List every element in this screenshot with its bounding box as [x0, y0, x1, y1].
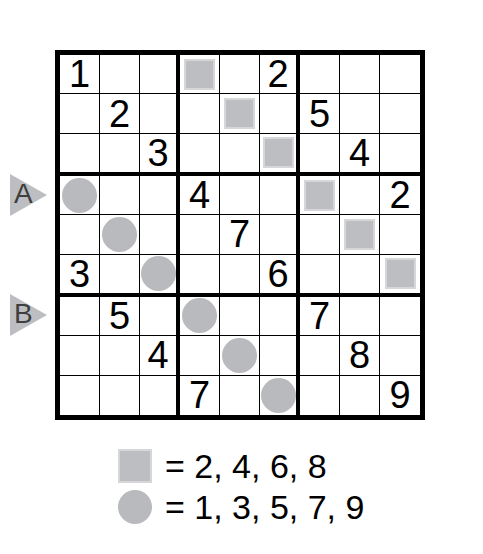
given-digit: 5: [309, 95, 330, 133]
cell-r8c1[interactable]: [60, 336, 100, 375]
cell-r7c6[interactable]: [260, 297, 300, 336]
even-marker-square-icon: [224, 98, 255, 129]
legend-odd-text: = 1, 3, 5, 7, 9: [165, 490, 364, 524]
cell-r1c7[interactable]: [300, 55, 340, 94]
given-digit: 7: [309, 297, 330, 335]
cell-r5c7[interactable]: [300, 215, 340, 254]
cell-r3c9[interactable]: [380, 134, 420, 176]
cell-r9c5[interactable]: [220, 376, 260, 415]
cell-r9c7[interactable]: [300, 376, 340, 415]
cell-r2c4[interactable]: [180, 94, 220, 133]
cell-r7c3[interactable]: [140, 297, 180, 336]
cell-r8c4[interactable]: [180, 336, 220, 375]
cell-r3c3[interactable]: 3: [140, 134, 180, 176]
cell-r5c2[interactable]: [100, 215, 140, 254]
cell-r2c7[interactable]: 5: [300, 94, 340, 133]
cell-r1c9[interactable]: [380, 55, 420, 94]
cell-r7c1[interactable]: [60, 297, 100, 336]
cell-r4c8[interactable]: [340, 176, 380, 215]
cell-r7c4[interactable]: [180, 297, 220, 336]
given-digit: 7: [189, 376, 210, 414]
cell-r6c5[interactable]: [220, 255, 260, 297]
cell-r5c6[interactable]: [260, 215, 300, 254]
cell-r2c9[interactable]: [380, 94, 420, 133]
cell-r2c1[interactable]: [60, 94, 100, 133]
even-marker-square-icon: [304, 180, 335, 211]
cell-r1c4[interactable]: [180, 55, 220, 94]
cell-r4c9[interactable]: 2: [380, 176, 420, 215]
cell-r4c7[interactable]: [300, 176, 340, 215]
cell-r5c8[interactable]: [340, 215, 380, 254]
cell-r8c6[interactable]: [260, 336, 300, 375]
cell-r2c8[interactable]: [340, 94, 380, 133]
cell-r2c3[interactable]: [140, 94, 180, 133]
cell-r4c5[interactable]: [220, 176, 260, 215]
given-digit: 3: [147, 134, 168, 172]
cell-r4c2[interactable]: [100, 176, 140, 215]
even-marker-square-icon: [344, 219, 375, 250]
cell-r6c8[interactable]: [340, 255, 380, 297]
given-digit: 7: [229, 215, 250, 253]
given-digit: 1: [69, 55, 90, 93]
cell-r2c5[interactable]: [220, 94, 260, 133]
even-marker-square-icon: [385, 258, 416, 289]
cell-r8c9[interactable]: [380, 336, 420, 375]
cell-r3c8[interactable]: 4: [340, 134, 380, 176]
cell-r2c2[interactable]: 2: [100, 94, 140, 133]
row-marker-b: B: [10, 294, 48, 336]
given-digit: 5: [109, 297, 130, 335]
cell-r8c5[interactable]: [220, 336, 260, 375]
cell-r7c7[interactable]: 7: [300, 297, 340, 336]
even-marker-square-icon: [184, 59, 215, 90]
cell-r9c1[interactable]: [60, 376, 100, 415]
row-marker-a: A: [10, 174, 48, 216]
cell-r5c9[interactable]: [380, 215, 420, 254]
cell-r1c6[interactable]: 2: [260, 55, 300, 94]
cell-r3c1[interactable]: [60, 134, 100, 176]
given-digit: 9: [389, 376, 410, 414]
row-marker-b-label: B: [14, 300, 33, 328]
cell-r3c2[interactable]: [100, 134, 140, 176]
cell-r9c2[interactable]: [100, 376, 140, 415]
given-digit: 6: [267, 255, 288, 293]
odd-marker-circle-icon: [102, 217, 137, 252]
cell-r1c1[interactable]: 1: [60, 55, 100, 94]
cell-r6c2[interactable]: [100, 255, 140, 297]
cell-r8c7[interactable]: [300, 336, 340, 375]
cell-r8c3[interactable]: 4: [140, 336, 180, 375]
cell-r3c5[interactable]: [220, 134, 260, 176]
cell-r4c1[interactable]: [60, 176, 100, 215]
even-square-icon: [118, 449, 152, 483]
puzzle-page: 12253442736574879 A B = 2, 4, 6, 8 = 1, …: [0, 0, 483, 554]
cell-r5c5[interactable]: 7: [220, 215, 260, 254]
legend-row-odd: = 1, 3, 5, 7, 9: [118, 490, 364, 524]
cell-r3c7[interactable]: [300, 134, 340, 176]
given-digit: 4: [147, 336, 168, 374]
given-digit: 2: [389, 176, 410, 214]
cell-r6c3[interactable]: [140, 255, 180, 297]
cell-r7c9[interactable]: [380, 297, 420, 336]
cell-r7c8[interactable]: [340, 297, 380, 336]
legend-even-text: = 2, 4, 6, 8: [165, 449, 327, 483]
cell-r5c3[interactable]: [140, 215, 180, 254]
even-marker-square-icon: [263, 137, 294, 168]
cell-r5c4[interactable]: [180, 215, 220, 254]
cell-r9c9[interactable]: 9: [380, 376, 420, 415]
given-digit: 2: [267, 55, 288, 93]
cell-r1c5[interactable]: [220, 55, 260, 94]
cell-r4c6[interactable]: [260, 176, 300, 215]
row-marker-a-label: A: [14, 180, 33, 208]
odd-marker-circle-icon: [182, 298, 217, 333]
given-digit: 3: [69, 255, 90, 293]
cell-r6c4[interactable]: [180, 255, 220, 297]
odd-marker-circle-icon: [62, 178, 97, 213]
given-digit: 4: [189, 176, 210, 214]
cell-r6c9[interactable]: [380, 255, 420, 297]
cell-r8c2[interactable]: [100, 336, 140, 375]
odd-marker-circle-icon: [261, 378, 296, 413]
odd-marker-circle-icon: [222, 338, 257, 373]
given-digit: 4: [349, 134, 370, 172]
cell-r1c3[interactable]: [140, 55, 180, 94]
cell-r1c8[interactable]: [340, 55, 380, 94]
odd-marker-circle-icon: [141, 256, 176, 291]
cell-r6c6[interactable]: 6: [260, 255, 300, 297]
cell-r7c2[interactable]: 5: [100, 297, 140, 336]
cell-r1c2[interactable]: [100, 55, 140, 94]
cell-r9c6[interactable]: [260, 376, 300, 415]
cell-r6c1[interactable]: 3: [60, 255, 100, 297]
cell-r9c4[interactable]: 7: [180, 376, 220, 415]
sudoku-board: 12253442736574879: [55, 50, 425, 420]
cell-r9c8[interactable]: [340, 376, 380, 415]
legend-row-even: = 2, 4, 6, 8: [118, 449, 364, 483]
cell-r9c3[interactable]: [140, 376, 180, 415]
cell-r7c5[interactable]: [220, 297, 260, 336]
cell-r2c6[interactable]: [260, 94, 300, 133]
cell-r3c4[interactable]: [180, 134, 220, 176]
cell-r4c3[interactable]: [140, 176, 180, 215]
cell-r5c1[interactable]: [60, 215, 100, 254]
odd-circle-icon: [118, 490, 152, 524]
given-digit: 8: [349, 336, 370, 374]
legend: = 2, 4, 6, 8 = 1, 3, 5, 7, 9: [118, 449, 364, 531]
cell-r6c7[interactable]: [300, 255, 340, 297]
cell-r8c8[interactable]: 8: [340, 336, 380, 375]
given-digit: 2: [109, 95, 130, 133]
cell-r4c4[interactable]: 4: [180, 176, 220, 215]
cell-r3c6[interactable]: [260, 134, 300, 176]
